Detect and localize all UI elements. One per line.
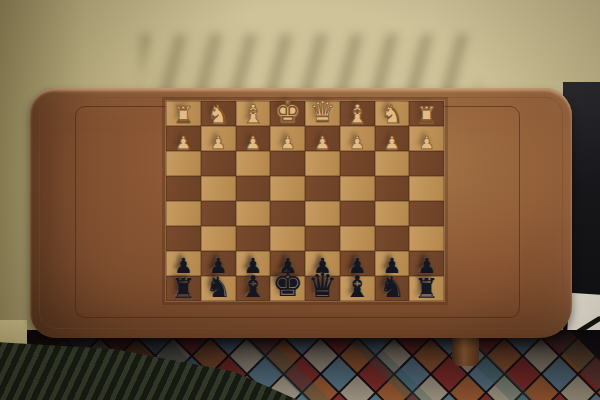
black-bishop[interactable]: ♝ (344, 272, 371, 302)
chessboard: ♜♞♝♚♛♝♞♜♟♟♟♟♟♟♟♟♟♟♟♟♟♟♟♟♜♞♝♚♛♝♞♜ (166, 101, 444, 301)
square-g8[interactable]: ♞ (201, 276, 236, 301)
white-pawn[interactable]: ♟ (314, 134, 330, 152)
square-g5[interactable] (201, 201, 236, 226)
square-h8[interactable]: ♜ (166, 276, 201, 301)
square-g2[interactable]: ♟ (201, 126, 236, 151)
square-d1[interactable]: ♛ (305, 101, 340, 126)
black-knight[interactable]: ♞ (205, 273, 231, 302)
square-c5[interactable] (340, 201, 375, 226)
square-a2[interactable]: ♟ (409, 126, 444, 151)
piece-shadows-on-wall (140, 34, 480, 96)
square-h2[interactable]: ♟ (166, 126, 201, 151)
black-king[interactable]: ♚ (272, 267, 303, 302)
square-c4[interactable] (340, 176, 375, 201)
square-h6[interactable] (166, 226, 201, 251)
square-f8[interactable]: ♝ (236, 276, 271, 301)
square-g6[interactable] (201, 226, 236, 251)
square-d5[interactable] (305, 201, 340, 226)
square-a3[interactable] (409, 151, 444, 176)
square-e6[interactable] (270, 226, 305, 251)
white-pawn[interactable]: ♟ (349, 134, 365, 152)
square-d8[interactable]: ♛ (305, 276, 340, 301)
white-king[interactable]: ♚ (274, 97, 301, 127)
square-e2[interactable]: ♟ (270, 126, 305, 151)
square-f4[interactable] (236, 176, 271, 201)
square-a4[interactable] (409, 176, 444, 201)
white-pawn[interactable]: ♟ (175, 134, 191, 152)
square-e3[interactable] (270, 151, 305, 176)
square-d4[interactable] (305, 176, 340, 201)
square-h4[interactable] (166, 176, 201, 201)
square-e8[interactable]: ♚ (270, 276, 305, 301)
square-h1[interactable]: ♜ (166, 101, 201, 126)
square-g1[interactable]: ♞ (201, 101, 236, 126)
square-f6[interactable] (236, 226, 271, 251)
square-f1[interactable]: ♝ (236, 101, 271, 126)
white-pawn[interactable]: ♟ (280, 134, 296, 152)
square-f3[interactable] (236, 151, 271, 176)
white-pawn[interactable]: ♟ (384, 134, 400, 152)
square-a8[interactable]: ♜ (409, 276, 444, 301)
black-rook[interactable]: ♜ (171, 275, 195, 302)
black-rook[interactable]: ♜ (415, 275, 439, 302)
square-c1[interactable]: ♝ (340, 101, 375, 126)
square-f5[interactable] (236, 201, 271, 226)
white-queen[interactable]: ♛ (309, 98, 335, 127)
square-h3[interactable] (166, 151, 201, 176)
square-c6[interactable] (340, 226, 375, 251)
square-d6[interactable] (305, 226, 340, 251)
square-e4[interactable] (270, 176, 305, 201)
black-knight[interactable]: ♞ (379, 273, 405, 302)
square-a1[interactable]: ♜ (409, 101, 444, 126)
square-e1[interactable]: ♚ (270, 101, 305, 126)
square-d3[interactable] (305, 151, 340, 176)
photo-scene: ♜♞♝♚♛♝♞♜♟♟♟♟♟♟♟♟♟♟♟♟♟♟♟♟♜♞♝♚♛♝♞♜ (0, 0, 600, 400)
white-bishop[interactable]: ♝ (241, 101, 264, 127)
white-rook[interactable]: ♜ (173, 104, 194, 127)
square-c8[interactable]: ♝ (340, 276, 375, 301)
wooden-table: ♜♞♝♚♛♝♞♜♟♟♟♟♟♟♟♟♟♟♟♟♟♟♟♟♜♞♝♚♛♝♞♜ (30, 88, 572, 338)
square-g4[interactable] (201, 176, 236, 201)
white-rook[interactable]: ♜ (416, 104, 437, 127)
square-b1[interactable]: ♞ (375, 101, 410, 126)
white-bishop[interactable]: ♝ (345, 101, 368, 127)
square-b2[interactable]: ♟ (375, 126, 410, 151)
square-b6[interactable] (375, 226, 410, 251)
square-g3[interactable] (201, 151, 236, 176)
black-bishop[interactable]: ♝ (239, 272, 266, 302)
square-c3[interactable] (340, 151, 375, 176)
white-knight[interactable]: ♞ (381, 102, 403, 127)
white-pawn[interactable]: ♟ (419, 134, 435, 152)
square-d2[interactable]: ♟ (305, 126, 340, 151)
square-b5[interactable] (375, 201, 410, 226)
white-pawn[interactable]: ♟ (245, 134, 261, 152)
square-b4[interactable] (375, 176, 410, 201)
square-f2[interactable]: ♟ (236, 126, 271, 151)
black-queen[interactable]: ♛ (308, 269, 338, 302)
white-pawn[interactable]: ♟ (210, 134, 226, 152)
square-e5[interactable] (270, 201, 305, 226)
square-a5[interactable] (409, 201, 444, 226)
square-b8[interactable]: ♞ (375, 276, 410, 301)
square-a6[interactable] (409, 226, 444, 251)
square-c2[interactable]: ♟ (340, 126, 375, 151)
square-h5[interactable] (166, 201, 201, 226)
square-b3[interactable] (375, 151, 410, 176)
white-knight[interactable]: ♞ (207, 102, 229, 127)
